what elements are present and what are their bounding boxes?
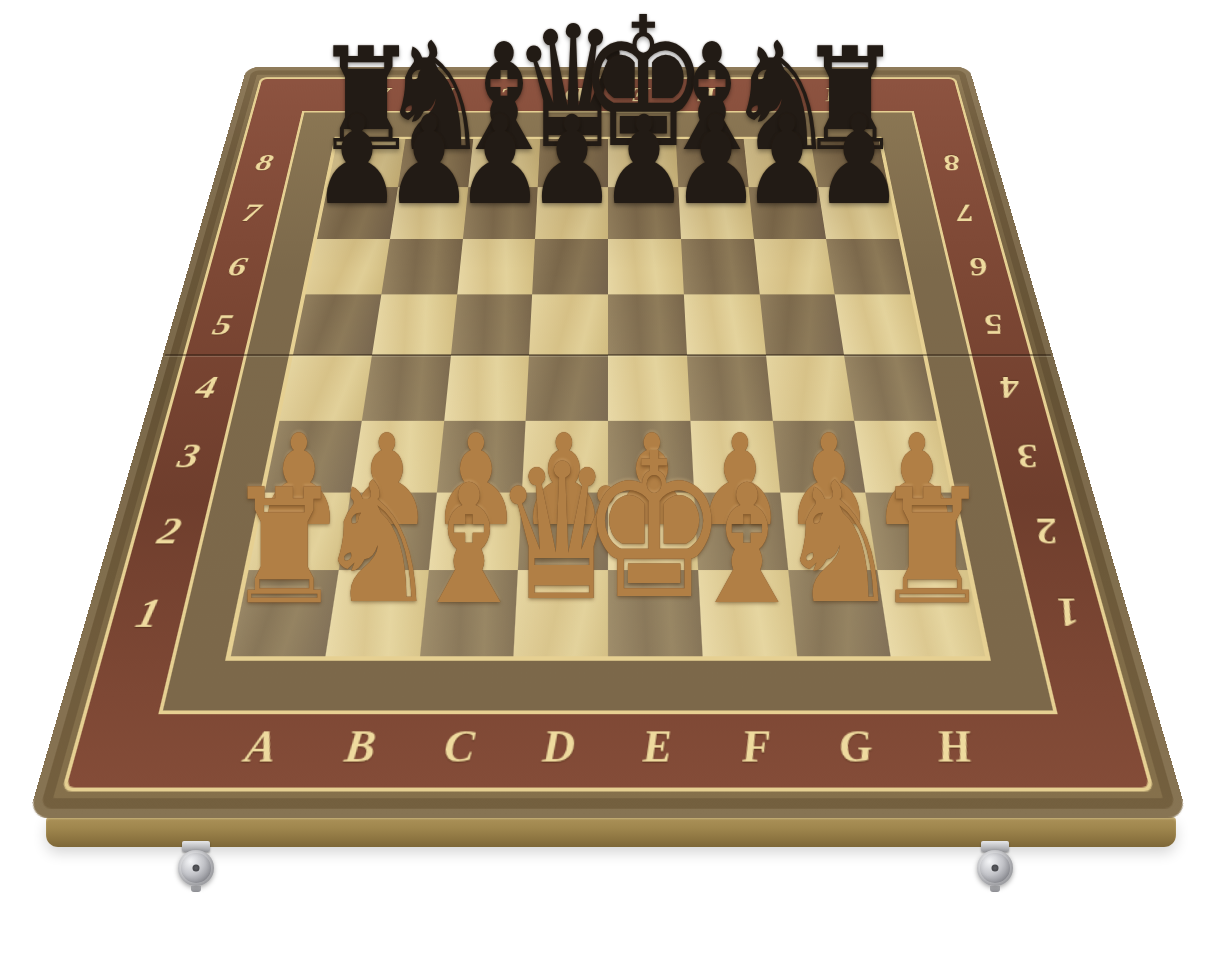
- coordinate-label: 3: [1008, 421, 1047, 492]
- square-d6[interactable]: [532, 239, 608, 295]
- square-c5[interactable]: [451, 295, 533, 355]
- square-c6[interactable]: [457, 239, 536, 295]
- square-a5[interactable]: [293, 295, 381, 355]
- square-d5[interactable]: [529, 295, 608, 355]
- coordinate-label: C: [407, 720, 510, 773]
- file-labels-bottom: ABCDEFGH: [205, 710, 1012, 783]
- square-a6[interactable]: [305, 239, 389, 295]
- coordinate-label: G: [803, 720, 909, 773]
- coordinate-label: 7: [949, 187, 980, 239]
- coordinate-label: 6: [962, 239, 994, 295]
- coordinate-label: E: [608, 720, 708, 773]
- square-g6[interactable]: [754, 239, 835, 295]
- coordinate-label: 7: [236, 187, 267, 239]
- coordinate-label: B: [307, 720, 413, 773]
- coordinate-label: 3: [169, 421, 208, 492]
- square-h5[interactable]: [835, 295, 923, 355]
- square-h6[interactable]: [826, 239, 910, 295]
- coordinate-label: 1: [126, 570, 170, 656]
- piece-white-rook[interactable]: ♜: [874, 472, 991, 623]
- coordinate-label: 5: [976, 295, 1010, 355]
- square-b6[interactable]: [381, 239, 462, 295]
- coordinate-label: 5: [206, 295, 240, 355]
- square-f6[interactable]: [681, 239, 760, 295]
- coordinate-label: H: [901, 720, 1010, 773]
- hinge-rosette: [178, 850, 214, 886]
- coordinate-label: 8: [250, 139, 279, 187]
- square-g5[interactable]: [759, 295, 844, 355]
- board-photo: ABCDEFGH ABCDEFGH 87654321 87654321 ♜♞♝♛…: [0, 0, 1224, 968]
- coordinate-label: 1: [1046, 570, 1090, 656]
- hinge-clasp-right: [973, 841, 1017, 895]
- square-b5[interactable]: [372, 295, 457, 355]
- coordinate-label: F: [706, 720, 809, 773]
- coordinate-label: 2: [149, 492, 190, 570]
- square-f5[interactable]: [684, 295, 766, 355]
- coordinate-label: 4: [188, 355, 224, 421]
- square-e5[interactable]: [608, 295, 687, 355]
- hinge-clasp-left: [174, 841, 218, 895]
- coordinate-label: 4: [992, 355, 1028, 421]
- square-e6[interactable]: [608, 239, 684, 295]
- coordinate-label: 8: [937, 139, 966, 187]
- piece-black-pawn[interactable]: ♟: [814, 102, 904, 218]
- hinge-rosette: [977, 850, 1013, 886]
- coordinate-label: A: [207, 720, 316, 773]
- fold-seam: [165, 354, 1051, 356]
- hinge-foot: [990, 886, 1000, 892]
- coordinate-label: D: [508, 720, 608, 773]
- coordinate-label: 2: [1026, 492, 1067, 570]
- coordinate-label: 6: [221, 239, 253, 295]
- hinge-foot: [191, 886, 201, 892]
